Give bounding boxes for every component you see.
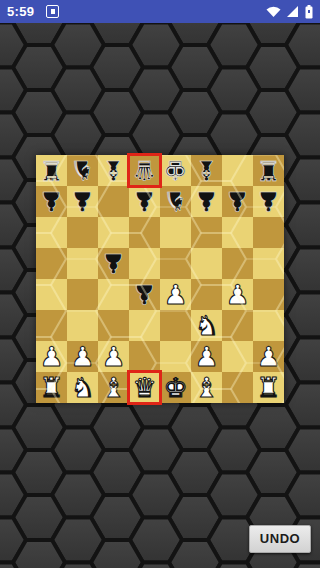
square-e3[interactable]: [160, 310, 191, 341]
square-b5[interactable]: [67, 248, 98, 279]
square-d5[interactable]: [129, 248, 160, 279]
square-c4[interactable]: [98, 279, 129, 310]
notification-icon: [46, 5, 59, 18]
piece-white-pawn: ♟: [222, 279, 253, 310]
piece-black-queen: ♛: [129, 155, 160, 186]
square-a5[interactable]: [36, 248, 67, 279]
chess-board: ♜♞♝♛♚♝♜♟♟♟♞♟♟♟♟♟♟♟♞♟♟♟♟♟♜♞♝♛♚♝♜: [36, 155, 284, 403]
square-a1[interactable]: ♜: [36, 372, 67, 403]
piece-white-pawn: ♟: [36, 341, 67, 372]
square-b8[interactable]: ♞: [67, 155, 98, 186]
square-g5[interactable]: [222, 248, 253, 279]
square-b7[interactable]: ♟: [67, 186, 98, 217]
piece-black-knight: ♞: [160, 186, 191, 217]
piece-black-rook: ♜: [253, 155, 284, 186]
square-d8[interactable]: ♛: [129, 155, 160, 186]
square-d6[interactable]: [129, 217, 160, 248]
square-e1[interactable]: ♚: [160, 372, 191, 403]
square-d1[interactable]: ♛: [129, 372, 160, 403]
piece-black-rook: ♜: [36, 155, 67, 186]
square-f8[interactable]: ♝: [191, 155, 222, 186]
square-h6[interactable]: [253, 217, 284, 248]
square-c7[interactable]: [98, 186, 129, 217]
piece-white-bishop: ♝: [98, 372, 129, 403]
square-c1[interactable]: ♝: [98, 372, 129, 403]
status-time: 5:59: [7, 4, 34, 19]
square-a4[interactable]: [36, 279, 67, 310]
square-c5[interactable]: ♟: [98, 248, 129, 279]
square-h4[interactable]: [253, 279, 284, 310]
piece-white-bishop: ♝: [191, 372, 222, 403]
square-g2[interactable]: [222, 341, 253, 372]
square-h7[interactable]: ♟: [253, 186, 284, 217]
square-d7[interactable]: ♟: [129, 186, 160, 217]
piece-black-bishop: ♝: [98, 155, 129, 186]
piece-white-pawn: ♟: [67, 341, 98, 372]
square-d2[interactable]: [129, 341, 160, 372]
piece-black-knight: ♞: [67, 155, 98, 186]
square-f7[interactable]: ♟: [191, 186, 222, 217]
piece-black-bishop: ♝: [191, 155, 222, 186]
square-e8[interactable]: ♚: [160, 155, 191, 186]
square-d4[interactable]: ♟: [129, 279, 160, 310]
piece-black-pawn: ♟: [129, 279, 160, 310]
piece-black-pawn: ♟: [191, 186, 222, 217]
square-h3[interactable]: [253, 310, 284, 341]
square-h8[interactable]: ♜: [253, 155, 284, 186]
piece-white-king: ♚: [160, 372, 191, 403]
square-g3[interactable]: [222, 310, 253, 341]
square-d3[interactable]: [129, 310, 160, 341]
square-b1[interactable]: ♞: [67, 372, 98, 403]
square-e5[interactable]: [160, 248, 191, 279]
square-e2[interactable]: [160, 341, 191, 372]
status-bar: 5:59: [0, 0, 320, 23]
square-f1[interactable]: ♝: [191, 372, 222, 403]
square-b2[interactable]: ♟: [67, 341, 98, 372]
piece-black-pawn: ♟: [222, 186, 253, 217]
undo-button[interactable]: UNDO: [249, 525, 311, 553]
square-b4[interactable]: [67, 279, 98, 310]
square-h2[interactable]: ♟: [253, 341, 284, 372]
square-c2[interactable]: ♟: [98, 341, 129, 372]
piece-black-king: ♚: [160, 155, 191, 186]
square-f6[interactable]: [191, 217, 222, 248]
square-e6[interactable]: [160, 217, 191, 248]
square-h1[interactable]: ♜: [253, 372, 284, 403]
square-f2[interactable]: ♟: [191, 341, 222, 372]
square-a6[interactable]: [36, 217, 67, 248]
piece-white-rook: ♜: [36, 372, 67, 403]
square-h5[interactable]: [253, 248, 284, 279]
piece-white-knight: ♞: [191, 310, 222, 341]
piece-black-pawn: ♟: [129, 186, 160, 217]
battery-icon: [305, 5, 313, 19]
piece-white-pawn: ♟: [191, 341, 222, 372]
piece-black-pawn: ♟: [67, 186, 98, 217]
piece-white-pawn: ♟: [98, 341, 129, 372]
square-g6[interactable]: [222, 217, 253, 248]
piece-black-pawn: ♟: [98, 248, 129, 279]
piece-black-pawn: ♟: [253, 186, 284, 217]
square-a7[interactable]: ♟: [36, 186, 67, 217]
square-f4[interactable]: [191, 279, 222, 310]
square-c3[interactable]: [98, 310, 129, 341]
square-e7[interactable]: ♞: [160, 186, 191, 217]
piece-white-rook: ♜: [253, 372, 284, 403]
piece-white-pawn: ♟: [253, 341, 284, 372]
square-c6[interactable]: [98, 217, 129, 248]
square-b3[interactable]: [67, 310, 98, 341]
cellular-signal-icon: [287, 6, 299, 18]
square-b6[interactable]: [67, 217, 98, 248]
square-g8[interactable]: [222, 155, 253, 186]
piece-white-pawn: ♟: [160, 279, 191, 310]
square-a8[interactable]: ♜: [36, 155, 67, 186]
piece-white-queen: ♛: [129, 372, 160, 403]
square-c8[interactable]: ♝: [98, 155, 129, 186]
square-g1[interactable]: [222, 372, 253, 403]
wifi-icon: [266, 6, 281, 18]
square-g7[interactable]: ♟: [222, 186, 253, 217]
square-f5[interactable]: [191, 248, 222, 279]
piece-white-knight: ♞: [67, 372, 98, 403]
square-f3[interactable]: ♞: [191, 310, 222, 341]
app-screen: 5:59: [0, 0, 320, 568]
square-a3[interactable]: [36, 310, 67, 341]
piece-black-pawn: ♟: [36, 186, 67, 217]
square-a2[interactable]: ♟: [36, 341, 67, 372]
square-e4[interactable]: ♟: [160, 279, 191, 310]
square-g4[interactable]: ♟: [222, 279, 253, 310]
